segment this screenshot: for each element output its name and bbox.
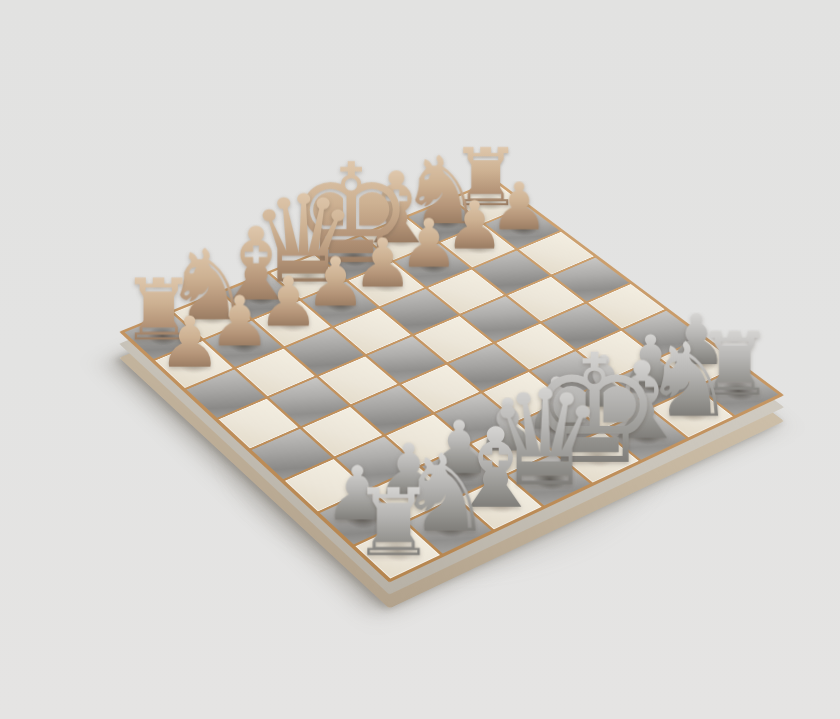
chess-board: ♜♟♟♜♞♟♟♞♝♟♟♝♚♟♟♚♛♟♟♛♝♟♟♝♞♟♟♞♜♟♟♜ — [119, 179, 784, 582]
board-layer: ♜♟♟♜♞♟♟♞♝♟♟♝♚♟♟♚♛♟♟♛♝♟♟♝♞♟♟♞♜♟♟♜ — [209, 125, 685, 601]
silver-rook: ♜ — [298, 484, 489, 560]
cream-square: ♟ — [155, 341, 232, 388]
wood-pawn: ♟ — [102, 315, 278, 372]
cream-square: ♜ — [356, 523, 440, 578]
product-photo-stage: ♜♟♟♜♞♟♟♞♝♟♟♝♚♟♟♚♛♟♟♛♝♟♟♝♞♟♟♞♜♟♟♜ — [0, 0, 840, 719]
mirror-square — [269, 377, 348, 426]
